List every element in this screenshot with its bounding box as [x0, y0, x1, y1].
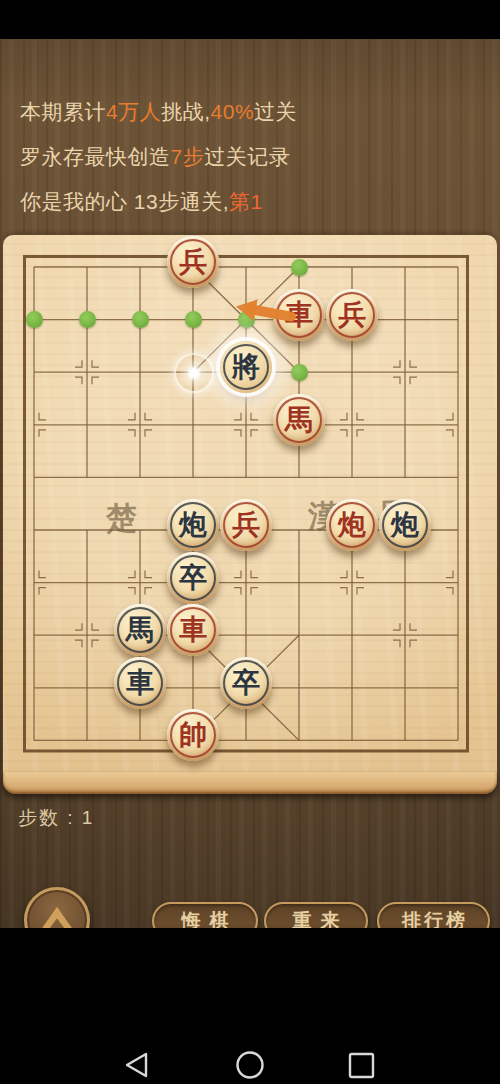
piece-black-chariot[interactable]: 車 [114, 657, 166, 709]
piece-red-horse[interactable]: 馬 [273, 394, 325, 446]
piece-red-soldier[interactable]: 兵 [220, 499, 272, 551]
tap-sparkle-effect [174, 353, 214, 393]
piece-red-soldier[interactable]: 兵 [326, 289, 378, 341]
challenge-header-line-3: 你是我的心 13步通关,第1 [20, 179, 490, 224]
piece-red-cannon[interactable]: 炮 [326, 499, 378, 551]
piece-red-soldier[interactable]: 兵 [167, 236, 219, 288]
challenge-header-line-2: 罗永存最快创造7步过关记录 [20, 134, 490, 179]
piece-black-cannon[interactable]: 炮 [167, 499, 219, 551]
status-bar [0, 0, 500, 39]
challenge-header: 本期累计4万人挑战,40%过关罗永存最快创造7步过关记录你是我的心 13步通关,… [20, 89, 490, 224]
piece-red-general[interactable]: 帥 [167, 709, 219, 761]
legal-move-dot[interactable] [291, 259, 308, 276]
nav-recents-button[interactable] [348, 1052, 375, 1079]
nav-home-button[interactable] [235, 1050, 265, 1080]
legal-move-dot[interactable] [132, 311, 149, 328]
piece-black-horse[interactable]: 馬 [114, 604, 166, 656]
legal-move-dot[interactable] [26, 311, 43, 328]
piece-black-cannon[interactable]: 炮 [379, 499, 431, 551]
move-counter: 步数 : 1 [18, 805, 94, 831]
piece-red-chariot[interactable]: 車 [167, 604, 219, 656]
legal-move-dot[interactable] [238, 311, 255, 328]
challenge-header-line-1: 本期累计4万人挑战,40%过关 [20, 89, 490, 134]
piece-black-general[interactable]: 將 [220, 341, 272, 393]
piece-black-soldier[interactable]: 卒 [220, 657, 272, 709]
app-screen: 本期累计4万人挑战,40%过关罗永存最快创造7步过关记录你是我的心 13步通关,… [0, 0, 500, 1084]
android-nav-bar: Bai du 经验 jingyan.baidu.com [0, 928, 500, 1084]
legal-move-dot[interactable] [185, 311, 202, 328]
xiangqi-board-panel: 楚 河 漢 界 兵車兵將馬炮兵炮炮卒馬車車卒帥 [3, 235, 497, 794]
piece-red-chariot[interactable]: 車 [273, 289, 325, 341]
board-face[interactable]: 楚 河 漢 界 兵車兵將馬炮兵炮炮卒馬車車卒帥 [3, 235, 497, 773]
legal-move-dot[interactable] [79, 311, 96, 328]
legal-move-dot[interactable] [291, 364, 308, 381]
piece-black-soldier[interactable]: 卒 [167, 552, 219, 604]
wood-background: 本期累计4万人挑战,40%过关罗永存最快创造7步过关记录你是我的心 13步通关,… [0, 39, 500, 928]
board-bevel-edge [3, 772, 497, 794]
nav-back-button[interactable] [122, 1051, 150, 1079]
